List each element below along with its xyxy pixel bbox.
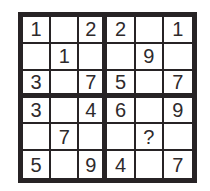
cell-r5c5[interactable]: ? bbox=[136, 124, 164, 151]
cell-r4c3[interactable]: 4 bbox=[79, 98, 107, 125]
cell-r2c6[interactable] bbox=[164, 44, 192, 71]
cell-r6c4[interactable]: 4 bbox=[107, 151, 135, 178]
cell-r3c5[interactable] bbox=[136, 71, 164, 98]
cell-r1c1[interactable]: 1 bbox=[23, 17, 51, 44]
cell-r3c6[interactable]: 7 bbox=[164, 71, 192, 98]
cell-r5c1[interactable] bbox=[23, 124, 51, 151]
cell-r1c2[interactable] bbox=[51, 17, 79, 44]
cell-r1c3[interactable]: 2 bbox=[79, 17, 107, 44]
cell-r5c2[interactable]: 7 bbox=[51, 124, 79, 151]
cell-r3c1[interactable]: 3 bbox=[23, 71, 51, 98]
cell-r3c2[interactable] bbox=[51, 71, 79, 98]
cell-r4c1[interactable]: 3 bbox=[23, 98, 51, 125]
cell-r2c3[interactable] bbox=[79, 44, 107, 71]
cell-r6c3[interactable]: 9 bbox=[79, 151, 107, 178]
cell-r1c4[interactable]: 2 bbox=[107, 17, 135, 44]
cell-r1c6[interactable]: 1 bbox=[164, 17, 192, 44]
cell-r6c6[interactable]: 7 bbox=[164, 151, 192, 178]
cell-r2c2[interactable]: 1 bbox=[51, 44, 79, 71]
cell-r4c6[interactable]: 9 bbox=[164, 98, 192, 125]
cell-r2c4[interactable] bbox=[107, 44, 135, 71]
cell-r6c2[interactable] bbox=[51, 151, 79, 178]
puzzle-page: 122119375734697?5947 bbox=[0, 0, 210, 191]
cell-r4c4[interactable]: 6 bbox=[107, 98, 135, 125]
cell-r3c3[interactable]: 7 bbox=[79, 71, 107, 98]
cell-r5c4[interactable] bbox=[107, 124, 135, 151]
cell-r3c4[interactable]: 5 bbox=[107, 71, 135, 98]
cell-r2c5[interactable]: 9 bbox=[136, 44, 164, 71]
cell-r1c5[interactable] bbox=[136, 17, 164, 44]
cell-r4c2[interactable] bbox=[51, 98, 79, 125]
cell-r5c3[interactable] bbox=[79, 124, 107, 151]
cell-r5c6[interactable] bbox=[164, 124, 192, 151]
cell-r6c1[interactable]: 5 bbox=[23, 151, 51, 178]
cell-r2c1[interactable] bbox=[23, 44, 51, 71]
sudoku-board: 122119375734697?5947 bbox=[18, 12, 197, 183]
cell-r6c5[interactable] bbox=[136, 151, 164, 178]
cell-r4c5[interactable] bbox=[136, 98, 164, 125]
